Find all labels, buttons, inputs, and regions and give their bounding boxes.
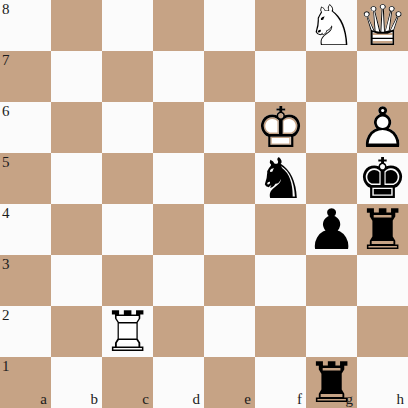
square-e2[interactable]: [204, 306, 255, 357]
square-a2[interactable]: 2: [0, 306, 51, 357]
square-c1[interactable]: c: [102, 357, 153, 408]
file-label-b: b: [91, 392, 99, 407]
white-queen-piece[interactable]: ♛♕: [357, 0, 408, 51]
black-rook-piece[interactable]: ♜: [357, 204, 408, 255]
square-e1[interactable]: e: [204, 357, 255, 408]
rank-label-1: 1: [2, 359, 10, 374]
chess-board: 8♞♘♛♕76♚♔♟♙5♞♚4♟♜32♜♖1abcdefg♜h: [0, 0, 408, 408]
square-a4[interactable]: 4: [0, 204, 51, 255]
square-e5[interactable]: [204, 153, 255, 204]
square-c8[interactable]: [102, 0, 153, 51]
square-e4[interactable]: [204, 204, 255, 255]
square-d5[interactable]: [153, 153, 204, 204]
square-d8[interactable]: [153, 0, 204, 51]
square-d1[interactable]: d: [153, 357, 204, 408]
square-f2[interactable]: [255, 306, 306, 357]
square-e7[interactable]: [204, 51, 255, 102]
square-g6[interactable]: [306, 102, 357, 153]
square-g1[interactable]: g♜: [306, 357, 357, 408]
square-b8[interactable]: [51, 0, 102, 51]
white-knight-outline: ♘: [306, 0, 356, 54]
square-h2[interactable]: [357, 306, 408, 357]
square-h1[interactable]: h: [357, 357, 408, 408]
square-g3[interactable]: [306, 255, 357, 306]
rank-label-2: 2: [2, 308, 10, 323]
file-label-c: c: [142, 392, 149, 407]
black-knight-piece[interactable]: ♞: [255, 153, 306, 204]
square-b2[interactable]: [51, 306, 102, 357]
square-g4[interactable]: ♟: [306, 204, 357, 255]
rank-label-4: 4: [2, 206, 10, 221]
square-f4[interactable]: [255, 204, 306, 255]
square-a3[interactable]: 3: [0, 255, 51, 306]
square-h8[interactable]: ♛♕: [357, 0, 408, 51]
square-d6[interactable]: [153, 102, 204, 153]
rank-label-3: 3: [2, 257, 10, 272]
square-a7[interactable]: 7: [0, 51, 51, 102]
rank-label-7: 7: [2, 53, 10, 68]
square-g7[interactable]: [306, 51, 357, 102]
square-d2[interactable]: [153, 306, 204, 357]
square-e3[interactable]: [204, 255, 255, 306]
square-b5[interactable]: [51, 153, 102, 204]
white-queen-outline: ♕: [357, 0, 407, 54]
square-d4[interactable]: [153, 204, 204, 255]
square-a6[interactable]: 6: [0, 102, 51, 153]
square-g8[interactable]: ♞♘: [306, 0, 357, 51]
file-label-a: a: [40, 392, 47, 407]
square-c7[interactable]: [102, 51, 153, 102]
square-h3[interactable]: [357, 255, 408, 306]
square-c2[interactable]: ♜♖: [102, 306, 153, 357]
black-rook-piece[interactable]: ♜: [306, 357, 357, 408]
square-f3[interactable]: [255, 255, 306, 306]
black-pawn-piece[interactable]: ♟: [306, 204, 357, 255]
square-b6[interactable]: [51, 102, 102, 153]
square-e6[interactable]: [204, 102, 255, 153]
square-f5[interactable]: ♞: [255, 153, 306, 204]
file-label-h: h: [397, 392, 405, 407]
square-c4[interactable]: [102, 204, 153, 255]
rank-label-5: 5: [2, 155, 10, 170]
square-f8[interactable]: [255, 0, 306, 51]
file-label-d: d: [193, 392, 201, 407]
square-d7[interactable]: [153, 51, 204, 102]
rank-label-8: 8: [2, 2, 10, 17]
square-a5[interactable]: 5: [0, 153, 51, 204]
square-a8[interactable]: 8: [0, 0, 51, 51]
square-c5[interactable]: [102, 153, 153, 204]
square-f1[interactable]: f: [255, 357, 306, 408]
square-h4[interactable]: ♜: [357, 204, 408, 255]
file-label-e: e: [244, 392, 251, 407]
square-b7[interactable]: [51, 51, 102, 102]
square-d3[interactable]: [153, 255, 204, 306]
white-rook-outline: ♖: [102, 304, 152, 360]
square-b3[interactable]: [51, 255, 102, 306]
square-a1[interactable]: 1a: [0, 357, 51, 408]
rank-label-6: 6: [2, 104, 10, 119]
square-e8[interactable]: [204, 0, 255, 51]
white-rook-piece[interactable]: ♜♖: [102, 306, 153, 357]
white-knight-piece[interactable]: ♞♘: [306, 0, 357, 51]
square-b1[interactable]: b: [51, 357, 102, 408]
square-c6[interactable]: [102, 102, 153, 153]
file-label-f: f: [297, 392, 302, 407]
square-b4[interactable]: [51, 204, 102, 255]
